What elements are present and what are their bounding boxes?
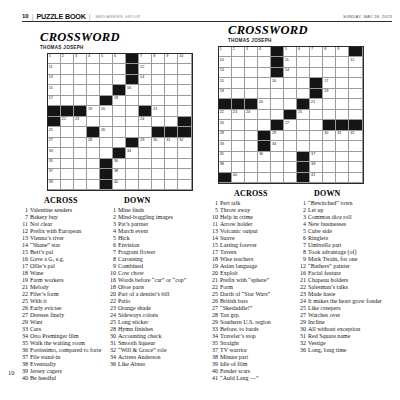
clue-number: 37 — [208, 347, 220, 354]
cell-number: 34 — [127, 149, 131, 153]
clue-number: 24 — [106, 312, 118, 319]
clue-number: 22 — [18, 291, 30, 298]
grid-cell — [271, 173, 284, 183]
grid-cell: 29 — [271, 131, 284, 141]
clue-number: 8 — [296, 249, 308, 256]
puzzle-author: THOMAS JOSEPH — [228, 38, 390, 43]
clue-text: It makes the heart grow fonder — [308, 298, 388, 305]
grid-cell — [284, 141, 297, 151]
grid-cell: 17 — [323, 78, 336, 88]
clue-number: 29 — [18, 319, 30, 326]
clue-text: Mark Twain, for one — [308, 256, 388, 263]
grid-cell — [61, 85, 74, 95]
clue-number: 39 — [18, 368, 30, 375]
clue-text: Let up — [308, 207, 388, 214]
clue-number: 36 — [296, 347, 308, 354]
clue-text: New businesses — [308, 221, 388, 228]
across-clue-list: 1Pert talk5Throw away10Help in crime11Ar… — [208, 200, 294, 382]
clue-item: 38Eventually — [18, 361, 104, 368]
cell-number: 32 — [350, 131, 354, 135]
clue-item: 16Facial feature — [296, 270, 388, 277]
grid-cell — [74, 169, 87, 179]
grid-cell — [349, 162, 362, 172]
grid-cell: 11 — [284, 57, 297, 67]
clue-text: Melody — [30, 284, 104, 291]
clue-text: Before, to bards — [220, 326, 294, 333]
across-header: ACROSS — [234, 189, 294, 198]
clue-text: Early evictee — [30, 305, 104, 312]
clue-text: Bert’s pal — [30, 249, 104, 256]
grid-cell: 34 — [126, 148, 139, 158]
clue-text: Suave — [220, 235, 294, 242]
cell-number: 40 — [233, 173, 237, 177]
clue-number: 1 — [18, 207, 30, 214]
cell-number: 25 — [298, 110, 302, 114]
grid-cell-black — [349, 47, 362, 57]
clue-area: ACROSS 1Valentine senders7Bakery buy11No… — [18, 196, 202, 382]
cell-number: 26 — [101, 128, 105, 132]
grid-cell: 24 — [245, 110, 258, 120]
cell-number: 25 — [49, 128, 53, 132]
cell-number: 31 — [337, 131, 341, 135]
grid-cell-black — [245, 99, 258, 109]
cell-number: 19 — [88, 107, 92, 111]
grid-cell — [74, 180, 87, 190]
cell-number: 18 — [114, 96, 118, 100]
grid-cell-black — [271, 120, 284, 130]
grid-cell — [178, 64, 191, 74]
grid-cell — [245, 141, 258, 151]
clue-item: 31Smooth liqueur — [106, 340, 198, 347]
cell-number: 40 — [114, 180, 118, 184]
grid-cell — [139, 169, 152, 179]
grid-cell — [336, 162, 349, 172]
cell-number: 10 — [220, 58, 224, 62]
clue-text: Form — [220, 284, 294, 291]
grid-cell — [297, 120, 310, 130]
clue-item: 15Lasting forever — [208, 242, 294, 249]
grid-cell — [152, 64, 165, 74]
puzzle-column-right: CROSSWORD THOMAS JOSEPH 1234567891011121… — [206, 24, 390, 382]
clue-text: Carousing — [118, 256, 198, 263]
grid-cell: 34 — [271, 141, 284, 151]
down-clue-list: 1Mine finds2Mind-boggling images3Pat’s p… — [106, 207, 198, 368]
grid-cell-black — [74, 106, 87, 116]
grid-cell-black — [165, 127, 178, 137]
masthead-separator: | — [89, 13, 91, 20]
grid-cell — [113, 127, 126, 137]
grid-cell: 13 — [48, 75, 61, 85]
grid-cell-black — [87, 127, 100, 137]
clue-item: 8Carousing — [106, 256, 198, 263]
clue-item: 13Vienna’s river — [18, 235, 104, 242]
grid-cell-black — [349, 120, 362, 130]
clue-item: 21Prefix with “sphere” — [208, 277, 294, 284]
cell-number: 38 — [220, 162, 224, 166]
grid-cell-black — [297, 162, 310, 172]
clue-text: Combined — [118, 263, 198, 270]
grid-cell — [113, 106, 126, 116]
clue-number: 25 — [106, 319, 118, 326]
grid-cell — [74, 75, 87, 85]
grid-cell: 10 — [178, 54, 191, 64]
clue-number: 25 — [18, 298, 30, 305]
clue-text: Traveler’s stop — [220, 333, 294, 340]
clue-number: 3 — [106, 221, 118, 228]
clue-text: Filer’s form — [30, 291, 104, 298]
clue-text: Cow chow — [118, 270, 198, 277]
grid-cell — [152, 96, 165, 106]
clue-text: Red Square name — [308, 333, 388, 340]
clue-number: 2 — [296, 207, 308, 214]
cell-number: 15 — [49, 86, 53, 90]
clue-item: 9Mark Twain, for one — [296, 256, 388, 263]
clue-number: 5 — [106, 235, 118, 242]
grid-cell — [297, 68, 310, 78]
clue-item: 2Let up — [296, 207, 388, 214]
cell-number: 35 — [49, 159, 53, 163]
grid-cell: 16 — [126, 85, 139, 95]
down-clue-list: 1“Bewitched” town2Let up3Common dice rol… — [296, 200, 388, 354]
grid-cell — [61, 148, 74, 158]
clue-item: 41“Auld Lang —” — [208, 375, 294, 382]
grid-cell — [100, 148, 113, 158]
grid-cell: 14 — [139, 75, 152, 85]
grid-cell — [139, 148, 152, 158]
clue-item: 37File stand-in — [18, 354, 104, 361]
cell-number: 21 — [311, 100, 315, 104]
grid-cell — [271, 110, 284, 120]
grid-cell-black — [100, 96, 113, 106]
clue-number: 4 — [106, 228, 118, 235]
grid-cell — [100, 85, 113, 95]
clue-text: Cuts — [30, 326, 104, 333]
grid-cell — [139, 159, 152, 169]
grid-cell — [258, 120, 271, 130]
grid-cell — [232, 162, 245, 172]
clue-number: 9 — [296, 256, 308, 263]
grid-cell: 19 — [87, 106, 100, 116]
grid-cell — [139, 85, 152, 95]
grid-cell — [61, 138, 74, 148]
grid-cell: 32 — [349, 131, 362, 141]
grid-cell — [323, 68, 336, 78]
grid-cell-black — [126, 138, 139, 148]
footer-page-number: 10 — [8, 369, 15, 376]
grid-cell: 25 — [297, 110, 310, 120]
grid-cell — [232, 120, 245, 130]
clue-text: Idle of film — [220, 361, 294, 368]
cell-number: 30 — [153, 138, 157, 142]
clue-item: 1Mine finds — [106, 207, 198, 214]
cell-number: 7 — [311, 47, 313, 51]
grid-cell: 14 — [284, 68, 297, 78]
clue-item: 1Valentine senders — [18, 207, 104, 214]
grid-cell: 36 — [113, 159, 126, 169]
masthead: 10 | PUZZLE BOOK | MEDIANEWS GROUP SUNDA… — [22, 11, 392, 22]
clue-number: 19 — [208, 263, 220, 270]
clue-text: Accounting check — [118, 333, 198, 340]
grid-cell — [100, 138, 113, 148]
clue-text: Bakery buy — [30, 214, 104, 221]
grid-cell — [113, 117, 126, 127]
clue-text: Jersey cagers — [30, 368, 104, 375]
grid-cell — [258, 68, 271, 78]
clue-number: 4 — [296, 221, 308, 228]
grid-cell — [310, 131, 323, 141]
clue-item: 8Took advantage (of) — [296, 249, 388, 256]
grid-cell: 33 — [48, 148, 61, 158]
grid-cell — [336, 68, 349, 78]
clue-item: 21Melody — [18, 284, 104, 291]
grid-cell — [310, 110, 323, 120]
clue-number: 29 — [208, 319, 220, 326]
grid-cell-black — [219, 99, 232, 109]
clue-number: 27 — [296, 312, 308, 319]
clue-item: 28Hymn finishes — [106, 326, 198, 333]
clue-item: 21Chapeau holders — [296, 277, 388, 284]
grid-cell — [87, 180, 100, 190]
clue-text: Smooth liqueur — [118, 340, 198, 347]
clue-text: British bars — [220, 298, 294, 305]
cell-number: 8 — [153, 54, 155, 58]
grid-cell — [74, 64, 87, 74]
grid-cell — [139, 96, 152, 106]
clue-number: 26 — [18, 305, 30, 312]
clue-item: 7Fragrant flower — [106, 249, 198, 256]
grid-cell: 23 — [74, 117, 87, 127]
grid-cell — [323, 152, 336, 162]
clue-text: Wise teachers — [220, 256, 294, 263]
across-header: ACROSS — [44, 196, 104, 205]
grid-cell — [245, 131, 258, 141]
clue-item: 23Made haste — [296, 291, 388, 298]
clue-text: Facial feature — [308, 270, 388, 277]
grid-cell: 27 — [48, 138, 61, 148]
grid-cell — [323, 173, 336, 183]
grid-cell-black — [178, 117, 191, 127]
cell-number: 32 — [179, 138, 183, 142]
clue-item: 16Gave a G, e.g. — [18, 256, 104, 263]
grid-cell: 2 — [61, 54, 74, 64]
grid-cell — [284, 131, 297, 141]
clue-item: 1Pert talk — [208, 200, 294, 207]
grid-cell-black — [126, 54, 139, 64]
cell-number: 23 — [233, 110, 237, 114]
clue-text: Lasting forever — [220, 242, 294, 249]
clue-item: 34Otto Preminger film — [18, 333, 104, 340]
clue-item: 30Accounting check — [106, 333, 198, 340]
clue-number: 40 — [18, 375, 30, 382]
clue-number: 6 — [296, 235, 308, 242]
grid-cell: 1 — [219, 47, 232, 57]
grid-cell — [271, 99, 284, 109]
grid-cell — [100, 64, 113, 74]
cell-number: 23 — [75, 117, 79, 121]
cell-number: 24 — [140, 117, 144, 121]
clue-text: Common dice roll — [308, 214, 388, 221]
grid-cell — [74, 96, 87, 106]
grid-cell — [349, 110, 362, 120]
grid-cell — [178, 85, 191, 95]
clue-text: Actress Anderson — [118, 354, 198, 361]
cell-number: 8 — [324, 47, 326, 51]
grid-cell-black — [310, 78, 323, 88]
clue-number: 17 — [18, 263, 30, 270]
cell-number: 16 — [272, 79, 276, 83]
grid-cell — [87, 64, 100, 74]
grid-cell — [336, 78, 349, 88]
grid-cell — [165, 159, 178, 169]
clue-number: 30 — [296, 326, 308, 333]
clue-number: 24 — [296, 298, 308, 305]
clue-item: 12“Bathers” painter — [296, 263, 388, 270]
clue-item: 35Walk the waiting room — [18, 340, 104, 347]
grid-cell: 5 — [100, 54, 113, 64]
clue-number: 21 — [18, 284, 30, 291]
cell-number: 10 — [179, 54, 183, 58]
clue-number: 28 — [208, 312, 220, 319]
cell-number: 11 — [49, 65, 53, 69]
clue-number: 14 — [208, 235, 220, 242]
grid-cell — [310, 68, 323, 78]
clue-number: 25 — [296, 305, 308, 312]
grid-cell — [61, 127, 74, 137]
grid-cell — [336, 173, 349, 183]
grid-cell: 1 — [48, 54, 61, 64]
grid-cell: 15 — [48, 85, 61, 95]
grid-cell — [139, 180, 152, 190]
cell-number: 4 — [259, 47, 261, 51]
clue-number: 27 — [18, 312, 30, 319]
clue-number: 22 — [296, 284, 308, 291]
grid-cell — [349, 152, 362, 162]
grid-cell: 29 — [139, 138, 152, 148]
clue-item: 33Before, to bards — [208, 326, 294, 333]
grid-cell — [165, 75, 178, 85]
grid-cell: 17 — [48, 96, 61, 106]
cell-number: 2 — [62, 54, 64, 58]
clue-text: Pat’s partner — [118, 221, 198, 228]
clue-number: 16 — [296, 270, 308, 277]
grid-cell-black — [100, 169, 113, 179]
clue-number: 5 — [296, 228, 308, 235]
clue-number: 37 — [18, 354, 30, 361]
clue-number: 23 — [106, 305, 118, 312]
clue-text: Arrow holder — [220, 221, 294, 228]
grid-cell — [271, 89, 284, 99]
grid-cell — [165, 64, 178, 74]
grid-cell: 7 — [139, 54, 152, 64]
clue-text: Hick — [118, 235, 198, 242]
grid-cell — [310, 141, 323, 151]
grid-cell — [245, 89, 258, 99]
grid-cell-black — [336, 120, 349, 130]
grid-cell-black — [100, 159, 113, 169]
clue-text: Minute part — [220, 354, 294, 361]
clue-number: 1 — [106, 207, 118, 214]
grid-cell — [245, 162, 258, 172]
clue-item: 3Common dice roll — [296, 214, 388, 221]
clue-item: 20Exploit — [208, 270, 294, 277]
clue-number: 34 — [106, 354, 118, 361]
clue-number: 19 — [18, 277, 30, 284]
grid-cell — [61, 180, 74, 190]
cell-number: 18 — [220, 89, 224, 93]
clue-text: Patio — [118, 298, 198, 305]
grid-cell: 18 — [113, 96, 126, 106]
grid-cell — [284, 152, 297, 162]
cell-number: 24 — [246, 110, 250, 114]
grid-cell-black — [126, 75, 139, 85]
clue-item: 5Cube side — [296, 228, 388, 235]
grid-cell — [152, 148, 165, 158]
clue-item: 6Envision — [106, 242, 198, 249]
grid-cell: 39 — [310, 162, 323, 172]
masthead-page-number: 10 — [22, 13, 29, 19]
crossword-grid: 1234567891011121314151617181920212223242… — [218, 46, 364, 184]
grid-cell — [165, 106, 178, 116]
clue-text: Exploit — [220, 270, 294, 277]
grid-cell — [152, 169, 165, 179]
grid-cell — [245, 173, 258, 183]
clue-text: March event — [118, 228, 198, 235]
edition-date: SUNDAY, MAY 28, 2023 — [343, 14, 392, 19]
clue-number: 8 — [106, 256, 118, 263]
clue-number: 39 — [208, 361, 220, 368]
clue-number: 18 — [208, 256, 220, 263]
clue-number: 22 — [106, 298, 118, 305]
clue-text: “Will & Grace” role — [118, 347, 198, 354]
clue-text: Prefix with “sphere” — [220, 277, 294, 284]
cell-number: 37 — [49, 169, 53, 173]
clue-number: 33 — [18, 326, 30, 333]
clue-item: 27Dresses finely — [18, 312, 104, 319]
grid-cell — [258, 110, 271, 120]
clue-item: 20Part of a dentist’s bill — [106, 291, 198, 298]
grid-cell — [87, 117, 100, 127]
grid-cell: 38 — [219, 162, 232, 172]
clue-item: 28Tax grp. — [208, 312, 294, 319]
grid-cell-black — [271, 47, 284, 57]
clue-number: 1 — [296, 200, 308, 207]
grid-cell — [258, 173, 271, 183]
grid-cell: 39 — [48, 180, 61, 190]
grid-cell — [297, 141, 310, 151]
grid-cell — [232, 131, 245, 141]
clue-number: 11 — [208, 221, 220, 228]
grid-cell: 16 — [271, 78, 284, 88]
grid-cell: 6 — [113, 54, 126, 64]
clue-text: Ollie’s pal — [30, 263, 104, 270]
grid-cell-black — [113, 148, 126, 158]
grid-cell-black — [48, 106, 61, 116]
clue-text: Took advantage (of) — [308, 249, 388, 256]
clue-item: 29Incline — [296, 319, 388, 326]
clue-text: “Auld Lang —” — [220, 375, 294, 382]
grid-cell: 12 — [139, 64, 152, 74]
grid-cell — [284, 173, 297, 183]
cell-number: 16 — [127, 86, 131, 90]
clue-text: Fortissimo, compared to forte — [30, 347, 104, 354]
clue-number: 12 — [296, 263, 308, 270]
clue-number: 33 — [208, 326, 220, 333]
grid-cell: 9 — [336, 47, 349, 57]
grid-cell — [74, 138, 87, 148]
clue-item: 11Arrow holder — [208, 221, 294, 228]
grid-cell — [165, 117, 178, 127]
grid-cell: 30 — [323, 131, 336, 141]
